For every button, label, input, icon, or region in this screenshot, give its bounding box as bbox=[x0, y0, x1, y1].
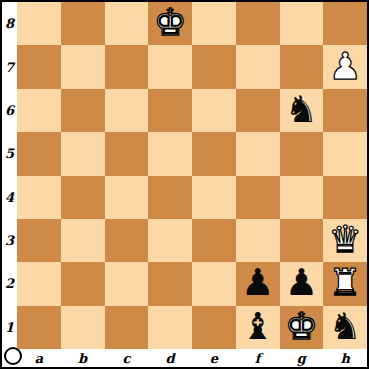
black-pawn: ♟ bbox=[241, 264, 274, 301]
square-g1[interactable]: ♚ bbox=[280, 306, 324, 349]
file-label-h: h bbox=[323, 349, 367, 367]
rank-label-1: 1 bbox=[2, 306, 17, 349]
square-h3[interactable]: ♛ bbox=[323, 219, 367, 262]
square-a3[interactable] bbox=[17, 219, 61, 262]
white-king: ♚ bbox=[154, 4, 187, 41]
square-h1[interactable]: ♞ bbox=[323, 306, 367, 349]
square-h4[interactable] bbox=[323, 176, 367, 219]
square-c1[interactable] bbox=[105, 306, 149, 349]
square-c6[interactable] bbox=[105, 89, 149, 132]
rank-label-7: 7 bbox=[2, 45, 17, 88]
rank-label-4: 4 bbox=[2, 176, 17, 219]
square-b7[interactable] bbox=[61, 45, 105, 88]
square-g8[interactable] bbox=[280, 2, 324, 45]
square-d2[interactable] bbox=[148, 262, 192, 305]
square-g6[interactable]: ♞ bbox=[280, 89, 324, 132]
square-b6[interactable] bbox=[61, 89, 105, 132]
square-g2[interactable]: ♟ bbox=[280, 262, 324, 305]
black-bishop: ♝ bbox=[241, 308, 274, 345]
square-f4[interactable] bbox=[236, 176, 280, 219]
square-h2[interactable]: ♜ bbox=[323, 262, 367, 305]
file-label-g: g bbox=[280, 349, 324, 367]
square-b3[interactable] bbox=[61, 219, 105, 262]
black-knight: ♞ bbox=[329, 308, 362, 345]
white-pawn: ♟ bbox=[329, 48, 362, 85]
rank-label-5: 5 bbox=[2, 132, 17, 175]
rank-label-6: 6 bbox=[2, 89, 17, 132]
square-a5[interactable] bbox=[17, 132, 61, 175]
rank-label-2: 2 bbox=[2, 262, 17, 305]
square-g5[interactable] bbox=[280, 132, 324, 175]
chess-diagram: 87654321 ♚♟♞♛♟♟♜♝♚♞ abcdefgh bbox=[0, 0, 369, 369]
square-a2[interactable] bbox=[17, 262, 61, 305]
square-b8[interactable] bbox=[61, 2, 105, 45]
square-a4[interactable] bbox=[17, 176, 61, 219]
square-f3[interactable] bbox=[236, 219, 280, 262]
file-label-a: a bbox=[17, 349, 61, 367]
square-f7[interactable] bbox=[236, 45, 280, 88]
square-f1[interactable]: ♝ bbox=[236, 306, 280, 349]
rank-label-3: 3 bbox=[2, 219, 17, 262]
square-c5[interactable] bbox=[105, 132, 149, 175]
square-a1[interactable] bbox=[17, 306, 61, 349]
square-a6[interactable] bbox=[17, 89, 61, 132]
rank-label-8: 8 bbox=[2, 2, 17, 45]
square-e4[interactable] bbox=[192, 176, 236, 219]
file-labels: abcdefgh bbox=[17, 349, 367, 367]
square-b5[interactable] bbox=[61, 132, 105, 175]
square-b4[interactable] bbox=[61, 176, 105, 219]
square-c8[interactable] bbox=[105, 2, 149, 45]
chess-board: ♚♟♞♛♟♟♜♝♚♞ bbox=[17, 2, 367, 349]
square-f6[interactable] bbox=[236, 89, 280, 132]
square-d6[interactable] bbox=[148, 89, 192, 132]
turn-indicator bbox=[2, 349, 17, 367]
square-e6[interactable] bbox=[192, 89, 236, 132]
square-e1[interactable] bbox=[192, 306, 236, 349]
square-d5[interactable] bbox=[148, 132, 192, 175]
square-e5[interactable] bbox=[192, 132, 236, 175]
square-f2[interactable]: ♟ bbox=[236, 262, 280, 305]
square-g7[interactable] bbox=[280, 45, 324, 88]
square-a7[interactable] bbox=[17, 45, 61, 88]
square-g4[interactable] bbox=[280, 176, 324, 219]
square-h6[interactable] bbox=[323, 89, 367, 132]
square-d8[interactable]: ♚ bbox=[148, 2, 192, 45]
square-e7[interactable] bbox=[192, 45, 236, 88]
white-king: ♚ bbox=[285, 308, 318, 345]
black-knight: ♞ bbox=[285, 91, 318, 128]
square-h5[interactable] bbox=[323, 132, 367, 175]
white-queen: ♛ bbox=[329, 221, 362, 258]
square-e2[interactable] bbox=[192, 262, 236, 305]
square-d3[interactable] bbox=[148, 219, 192, 262]
square-f5[interactable] bbox=[236, 132, 280, 175]
square-b2[interactable] bbox=[61, 262, 105, 305]
square-d1[interactable] bbox=[148, 306, 192, 349]
white-rook: ♜ bbox=[329, 264, 362, 301]
square-g3[interactable] bbox=[280, 219, 324, 262]
square-e3[interactable] bbox=[192, 219, 236, 262]
square-h7[interactable]: ♟ bbox=[323, 45, 367, 88]
square-c2[interactable] bbox=[105, 262, 149, 305]
square-a8[interactable] bbox=[17, 2, 61, 45]
file-label-e: e bbox=[192, 349, 236, 367]
file-label-c: c bbox=[105, 349, 149, 367]
square-b1[interactable] bbox=[61, 306, 105, 349]
white-to-move-icon bbox=[4, 347, 22, 365]
file-label-f: f bbox=[236, 349, 280, 367]
rank-labels: 87654321 bbox=[2, 2, 17, 349]
square-d4[interactable] bbox=[148, 176, 192, 219]
square-h8[interactable] bbox=[323, 2, 367, 45]
square-c4[interactable] bbox=[105, 176, 149, 219]
square-d7[interactable] bbox=[148, 45, 192, 88]
file-label-d: d bbox=[148, 349, 192, 367]
square-c3[interactable] bbox=[105, 219, 149, 262]
square-f8[interactable] bbox=[236, 2, 280, 45]
square-c7[interactable] bbox=[105, 45, 149, 88]
square-e8[interactable] bbox=[192, 2, 236, 45]
black-pawn: ♟ bbox=[285, 264, 318, 301]
file-label-b: b bbox=[61, 349, 105, 367]
